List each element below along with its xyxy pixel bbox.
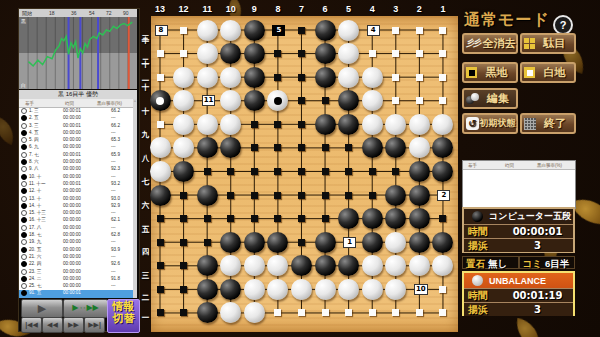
black-territory-marker[interactable] [251,121,258,128]
numbered-marker-8[interactable]: 8 [155,25,168,36]
white-territory-marker[interactable] [392,74,399,81]
white-territory-marker[interactable] [298,309,305,316]
black-stone[interactable] [197,279,218,300]
white-territory-marker[interactable] [322,309,329,316]
black-stone[interactable] [197,302,218,323]
white-stone[interactable] [362,279,383,300]
white-stone[interactable] [362,255,383,276]
white-territory-marker[interactable] [416,74,423,81]
column-label: 2 [417,4,422,14]
white-territory-marker[interactable] [439,74,446,81]
black-territory-marker[interactable] [298,27,305,34]
black-territory-marker[interactable] [274,168,281,175]
white-stone[interactable] [362,67,383,88]
numbered-marker-4[interactable]: 4 [367,25,380,36]
black-territory-marker[interactable] [251,192,258,199]
black-territory-marker[interactable] [180,192,187,199]
help-button[interactable]: ? [553,15,573,35]
numbered-marker-10[interactable]: 10 [414,284,428,295]
black-stone-icon [472,211,483,222]
column-label: 11 [202,4,212,14]
black-stone[interactable] [244,67,265,88]
black-territory-marker[interactable] [251,168,258,175]
black-territory-marker[interactable] [298,192,305,199]
white-territory-marker[interactable] [439,50,446,57]
black-territory-marker[interactable] [274,215,281,222]
dame-grid-icon [524,38,535,49]
black-captures-row: 揚浜 3 [464,238,573,252]
column-label: 9 [252,4,257,14]
right-move-table: 着手 時間 黒白勝率(%) [462,160,576,209]
white-territory-marker[interactable] [180,27,187,34]
white-territory-marker[interactable] [439,97,446,104]
black-stone[interactable] [315,67,336,88]
column-label: 7 [299,4,304,14]
black-stone[interactable] [197,137,218,158]
black-stone[interactable] [150,185,171,206]
black-territory-icon [466,67,477,78]
black-territory-marker[interactable] [204,168,211,175]
black-stone[interactable] [409,232,430,253]
black-stone[interactable] [315,20,336,41]
black-territory-marker[interactable] [298,168,305,175]
black-territory-marker[interactable] [227,215,234,222]
game-setup-bar: 置石 無し コミ 6目半 [462,256,575,269]
column-label: 12 [179,4,189,14]
white-stone[interactable] [173,114,194,135]
white-territory-marker[interactable] [392,97,399,104]
white-territory-marker[interactable] [439,309,446,316]
black-stone[interactable] [173,161,194,182]
white-stone[interactable] [173,67,194,88]
black-territory-marker[interactable] [274,50,281,57]
column-label: 1 [440,4,445,14]
black-stone[interactable] [244,20,265,41]
black-territory-marker[interactable] [274,74,281,81]
white-stone[interactable] [150,137,171,158]
black-territory-marker[interactable] [204,215,211,222]
white-stone[interactable] [244,255,265,276]
black-stone[interactable] [315,114,336,135]
black-territory-marker[interactable] [439,215,446,222]
black-territory-marker[interactable] [322,97,329,104]
black-territory-marker[interactable] [345,192,352,199]
black-stone[interactable] [362,232,383,253]
black-territory-button[interactable]: 黒地 [462,62,518,83]
black-territory-marker[interactable] [157,215,164,222]
black-player-card: コンピューター五段 時間 00:00:01 揚浜 3 [462,207,575,253]
white-stone[interactable] [197,114,218,135]
end-button[interactable]: 終了 [520,113,576,134]
white-stone[interactable] [197,67,218,88]
black-stone[interactable] [385,185,406,206]
numbered-marker-5[interactable]: 5 [272,25,285,36]
black-stone[interactable] [409,185,430,206]
white-captures-row: 揚浜 3 [464,302,573,316]
white-stone[interactable] [244,279,265,300]
column-label: 10 [226,4,236,14]
black-territory-marker[interactable] [298,74,305,81]
black-territory-marker[interactable] [180,262,187,269]
black-territory-marker[interactable] [180,215,187,222]
edit-button[interactable]: 編集 [462,88,518,109]
handicap-label: 置石 [463,257,488,268]
black-territory-marker[interactable] [180,309,187,316]
right-move-table-header: 着手 時間 黒白勝率(%) [463,161,575,170]
column-label: 8 [275,4,280,14]
black-territory-marker[interactable] [157,309,164,316]
black-territory-marker[interactable] [180,286,187,293]
clear-sparkle-icon: 彡彡 [466,37,482,50]
handicap-value: 無し [488,257,511,268]
black-stone[interactable] [244,232,265,253]
black-time-row: 時間 00:00:01 [464,224,573,238]
mini-board-icon [524,118,536,130]
black-stone[interactable] [150,90,171,111]
move-marker [156,97,164,105]
black-territory-marker[interactable] [204,239,211,246]
black-stone[interactable] [220,232,241,253]
column-label: 5 [346,4,351,14]
white-territory-marker[interactable] [392,50,399,57]
black-territory-marker[interactable] [322,144,329,151]
white-stone[interactable] [338,20,359,41]
black-territory-marker[interactable] [345,144,352,151]
column-label: 4 [370,4,375,14]
white-territory-marker[interactable] [392,309,399,316]
black-player-name: コンピューター五段 [489,210,571,223]
black-stone[interactable] [220,279,241,300]
black-territory-marker[interactable] [157,262,164,269]
black-territory-marker[interactable] [392,168,399,175]
black-territory-marker[interactable] [322,192,329,199]
black-territory-marker[interactable] [298,215,305,222]
black-stone[interactable] [409,208,430,229]
white-player-name: UNBALANCE [489,276,546,286]
black-territory-marker[interactable] [274,121,281,128]
white-stone[interactable] [385,232,406,253]
white-stone[interactable] [220,67,241,88]
black-territory-marker[interactable] [369,192,376,199]
white-territory-icon [524,67,535,78]
black-stone[interactable] [197,185,218,206]
edit-stones-icon [466,93,480,105]
white-stone[interactable] [220,20,241,41]
white-territory-marker[interactable] [345,309,352,316]
numbered-marker-11[interactable]: 11 [202,95,216,106]
black-territory-marker[interactable] [298,239,305,246]
white-territory-marker[interactable] [439,27,446,34]
black-territory-marker[interactable] [274,192,281,199]
column-label: 13 [155,4,165,14]
white-stone[interactable] [220,114,241,135]
black-territory-marker[interactable] [298,144,305,151]
black-territory-marker[interactable] [251,144,258,151]
white-stone[interactable] [338,279,359,300]
white-time-row: 時間 00:01:19 [464,288,573,302]
column-label: 3 [393,4,398,14]
black-stone[interactable] [315,255,336,276]
black-stone[interactable] [244,43,265,64]
black-stone[interactable] [267,232,288,253]
go-board[interactable]: 854112110 [151,16,458,332]
white-territory-marker[interactable] [157,50,164,57]
black-stone[interactable] [409,161,430,182]
komi-value: 6目半 [545,257,573,268]
black-stone[interactable] [338,114,359,135]
black-stone[interactable] [315,43,336,64]
black-territory-marker[interactable] [298,50,305,57]
black-territory-marker[interactable] [369,168,376,175]
mode-title: 通常モード [464,10,556,32]
komi-label: コミ [520,257,545,268]
move-marker [274,97,282,105]
white-stone[interactable] [338,67,359,88]
white-territory-marker[interactable] [416,97,423,104]
white-territory-marker[interactable] [180,50,187,57]
white-stone[interactable] [150,161,171,182]
black-territory-marker[interactable] [274,144,281,151]
white-territory-button[interactable]: 白地 [520,62,576,83]
white-stone-icon [472,275,483,286]
white-stone[interactable] [409,114,430,135]
clear-all-button[interactable]: 彡彡 全消去 [462,33,518,54]
black-territory-marker[interactable] [227,168,234,175]
white-stone[interactable] [315,279,336,300]
black-territory-marker[interactable] [157,286,164,293]
initial-state-button[interactable]: ↺ 初期状態 [462,113,518,134]
black-territory-marker[interactable] [322,168,329,175]
black-stone[interactable] [362,208,383,229]
white-territory-marker[interactable] [369,309,376,316]
white-stone[interactable] [197,20,218,41]
white-stone[interactable] [362,114,383,135]
black-territory-marker[interactable] [227,192,234,199]
white-territory-marker[interactable] [157,121,164,128]
white-stone[interactable] [362,90,383,111]
white-player-card: UNBALANCE 時間 00:01:19 揚浜 3 [462,271,575,316]
dame-button[interactable]: 駄目 [520,33,576,54]
black-stone[interactable] [244,90,265,111]
black-territory-marker[interactable] [298,121,305,128]
black-territory-marker[interactable] [298,97,305,104]
white-territory-marker[interactable] [416,50,423,57]
white-territory-marker[interactable] [157,74,164,81]
black-territory-marker[interactable] [180,239,187,246]
black-stone[interactable] [315,232,336,253]
black-stone[interactable] [362,137,383,158]
white-territory-marker[interactable] [274,309,281,316]
white-territory-marker[interactable] [369,50,376,57]
white-territory-marker[interactable] [439,286,446,293]
numbered-marker-1[interactable]: 1 [343,237,356,248]
white-territory-marker[interactable] [416,309,423,316]
column-label: 6 [323,4,328,14]
black-territory-marker[interactable] [157,239,164,246]
numbered-marker-2[interactable]: 2 [437,190,450,201]
undo-icon: ↺ [466,117,479,130]
black-territory-marker[interactable] [251,215,258,222]
white-territory-marker[interactable] [392,27,399,34]
black-territory-marker[interactable] [322,215,329,222]
black-stone[interactable] [197,255,218,276]
black-territory-marker[interactable] [345,168,352,175]
white-stone[interactable] [197,43,218,64]
white-stone[interactable] [291,279,312,300]
white-territory-marker[interactable] [416,27,423,34]
white-stone[interactable] [385,114,406,135]
